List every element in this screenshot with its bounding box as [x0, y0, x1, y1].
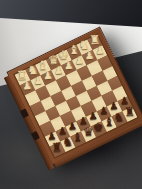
photo-scene: ♜♞♝♛♚♝♞♜♟♟♟♟♟♟♟♟♟♟♟♟♟♟♟♟♜♞♝♛♚♝♞♜: [0, 0, 142, 189]
white-rook: ♜: [88, 33, 100, 46]
